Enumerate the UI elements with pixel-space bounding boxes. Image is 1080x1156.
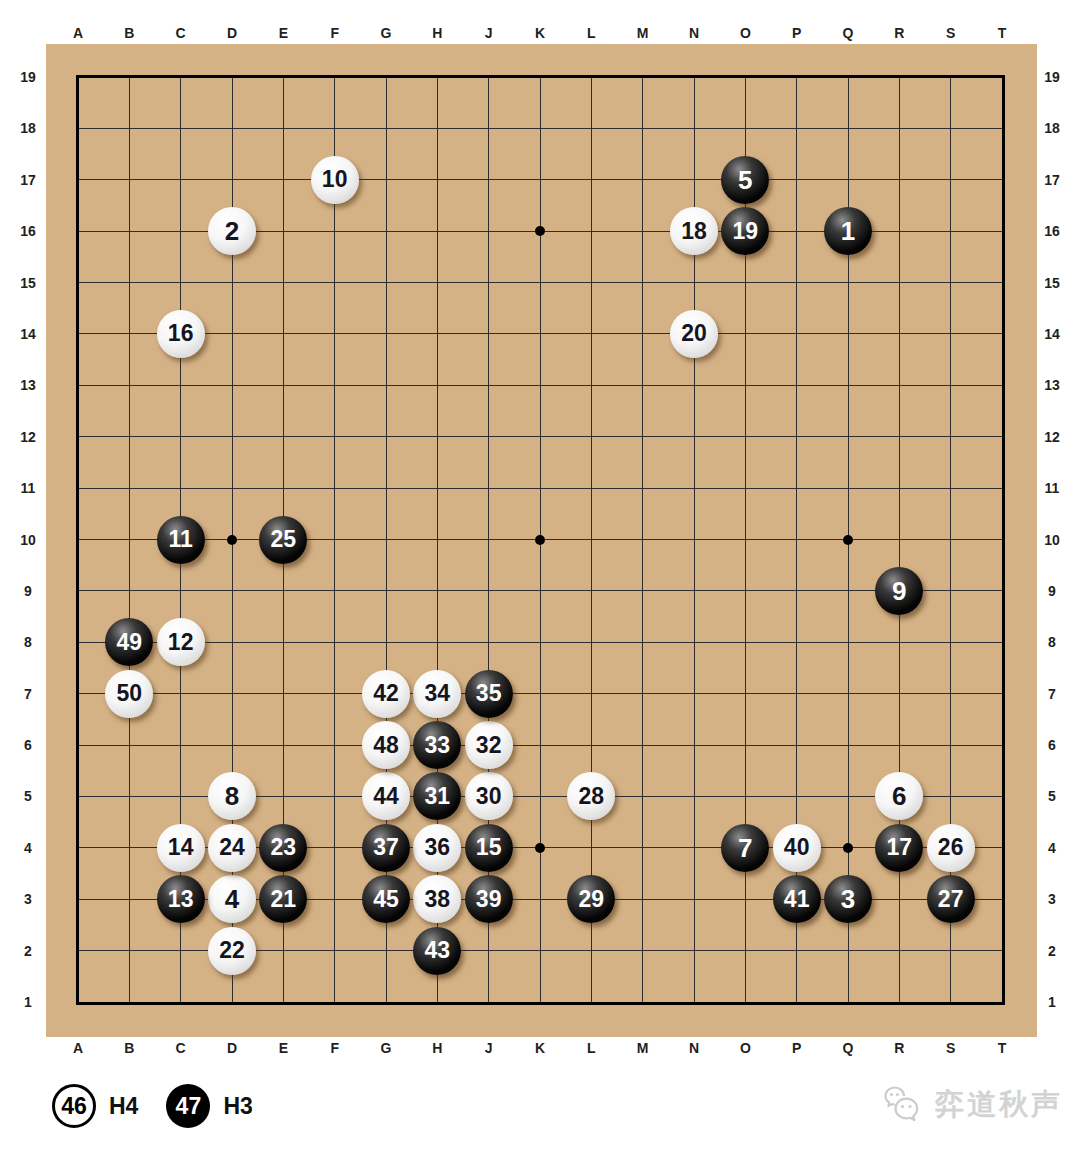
coord-right-2: 2 [1048,943,1056,959]
coord-top-n: N [689,25,699,41]
stone-43-black: 43 [413,927,461,975]
stone-31-black: 31 [413,772,461,820]
stone-22-white: 22 [208,927,256,975]
stone-1-black: 1 [824,207,872,255]
coord-bottom-d: D [227,1040,237,1056]
stone-25-black: 25 [259,516,307,564]
watermark: 弈道秋声 [884,1084,1063,1126]
coord-right-10: 10 [1044,532,1060,548]
coord-left-7: 7 [24,686,32,702]
caption-point-label-46: H4 [109,1093,138,1120]
caption-moves-row: 46 H4 47 H3 [52,1082,253,1130]
stone-48-white: 48 [362,721,410,769]
stone-18-white: 18 [670,207,718,255]
coord-bottom-m: M [637,1040,649,1056]
coord-top-m: M [637,25,649,41]
coord-left-16: 16 [20,223,36,239]
stone-38-white: 38 [413,875,461,923]
stone-45-black: 45 [362,875,410,923]
stone-32-white: 32 [465,721,513,769]
coord-bottom-s: S [946,1040,955,1056]
coord-top-l: L [587,25,596,41]
coord-top-e: E [279,25,288,41]
coord-bottom-l: L [587,1040,596,1056]
coord-left-2: 2 [24,943,32,959]
coord-bottom-o: O [740,1040,751,1056]
coord-bottom-h: H [432,1040,442,1056]
coord-top-a: A [73,25,83,41]
coord-right-4: 4 [1048,840,1056,856]
coord-left-12: 12 [20,429,36,445]
coord-top-b: B [124,25,134,41]
coord-left-18: 18 [20,120,36,136]
stone-23-black: 23 [259,824,307,872]
stone-8-white: 8 [208,772,256,820]
star-point-q4 [843,843,853,853]
coord-top-t: T [998,25,1007,41]
coord-right-17: 17 [1044,172,1060,188]
coord-left-4: 4 [24,840,32,856]
coord-right-11: 11 [1045,480,1060,496]
coord-left-6: 6 [24,737,32,753]
stone-19-black: 19 [721,207,769,255]
stone-26-white: 26 [927,824,975,872]
coord-left-11: 11 [21,480,36,496]
coord-bottom-b: B [124,1040,134,1056]
stone-27-black: 27 [927,875,975,923]
stone-3-black: 3 [824,875,872,923]
coord-top-j: J [485,25,493,41]
caption-stone-47: 47 [166,1084,210,1128]
goban: 1234567891011121314151617181920212223242… [46,44,1037,1037]
coord-right-18: 18 [1044,120,1060,136]
coord-right-19: 19 [1044,69,1060,85]
stone-15-black: 15 [465,824,513,872]
stone-24-white: 24 [208,824,256,872]
stone-4-white: 4 [208,875,256,923]
stone-13-black: 13 [157,875,205,923]
go-diagram-page: 1234567891011121314151617181920212223242… [0,0,1080,1156]
caption-stone-46: 46 [52,1084,96,1128]
coord-right-8: 8 [1048,634,1056,650]
coord-bottom-e: E [279,1040,288,1056]
stone-7-black: 7 [721,824,769,872]
coord-right-7: 7 [1048,686,1056,702]
coord-right-3: 3 [1048,891,1056,907]
coord-bottom-k: K [535,1040,545,1056]
star-point-k10 [535,535,545,545]
stone-44-white: 44 [362,772,410,820]
stone-29-black: 29 [567,875,615,923]
coord-bottom-j: J [485,1040,493,1056]
coord-left-3: 3 [24,891,32,907]
coord-left-9: 9 [24,583,32,599]
star-point-k16 [535,226,545,236]
stone-5-black: 5 [721,156,769,204]
coord-top-r: R [894,25,904,41]
stone-42-white: 42 [362,670,410,718]
stone-10-white: 10 [311,156,359,204]
coord-right-15: 15 [1044,275,1060,291]
stone-34-white: 34 [413,670,461,718]
stone-41-black: 41 [773,875,821,923]
stone-35-black: 35 [465,670,513,718]
coord-left-19: 19 [20,69,36,85]
star-point-k4 [535,843,545,853]
coord-bottom-p: P [792,1040,801,1056]
coord-top-g: G [381,25,392,41]
stone-14-white: 14 [157,824,205,872]
coord-top-h: H [432,25,442,41]
coord-right-1: 1 [1048,994,1056,1010]
coord-left-10: 10 [20,532,36,548]
stone-9-black: 9 [875,567,923,615]
coord-bottom-f: F [330,1040,339,1056]
coord-left-14: 14 [20,326,36,342]
stone-16-white: 16 [157,310,205,358]
coord-top-c: C [176,25,186,41]
star-point-q10 [843,535,853,545]
coord-top-d: D [227,25,237,41]
coord-bottom-r: R [894,1040,904,1056]
stone-17-black: 17 [875,824,923,872]
coord-right-16: 16 [1044,223,1060,239]
coord-right-14: 14 [1044,326,1060,342]
stone-49-black: 49 [105,618,153,666]
coord-left-17: 17 [20,172,36,188]
coord-bottom-q: Q [843,1040,854,1056]
stone-21-black: 21 [259,875,307,923]
caption-point-label-47: H3 [223,1093,252,1120]
stone-37-black: 37 [362,824,410,872]
stone-40-white: 40 [773,824,821,872]
stone-30-white: 30 [465,772,513,820]
coord-bottom-c: C [176,1040,186,1056]
coord-top-o: O [740,25,751,41]
coord-top-p: P [792,25,801,41]
stone-28-white: 28 [567,772,615,820]
coord-left-13: 13 [20,377,36,393]
coord-left-15: 15 [20,275,36,291]
coord-top-s: S [946,25,955,41]
star-point-d10 [227,535,237,545]
coord-top-k: K [535,25,545,41]
stone-12-white: 12 [157,618,205,666]
coord-left-1: 1 [24,994,32,1010]
coord-right-6: 6 [1048,737,1056,753]
coord-left-8: 8 [24,634,32,650]
stone-50-white: 50 [105,670,153,718]
coord-right-13: 13 [1044,377,1060,393]
stone-11-black: 11 [157,516,205,564]
coord-left-5: 5 [24,788,32,804]
coord-bottom-n: N [689,1040,699,1056]
coord-bottom-g: G [381,1040,392,1056]
coord-right-5: 5 [1048,788,1056,804]
stone-33-black: 33 [413,721,461,769]
coord-bottom-t: T [998,1040,1007,1056]
coord-top-q: Q [843,25,854,41]
coord-top-f: F [330,25,339,41]
watermark-text: 弈道秋声 [935,1085,1063,1125]
stone-6-white: 6 [875,772,923,820]
stone-20-white: 20 [670,310,718,358]
coord-bottom-a: A [73,1040,83,1056]
coord-right-12: 12 [1044,429,1060,445]
stone-39-black: 39 [465,875,513,923]
stone-2-white: 2 [208,207,256,255]
coord-right-9: 9 [1048,583,1056,599]
stone-36-white: 36 [413,824,461,872]
wechat-icon [884,1084,928,1126]
